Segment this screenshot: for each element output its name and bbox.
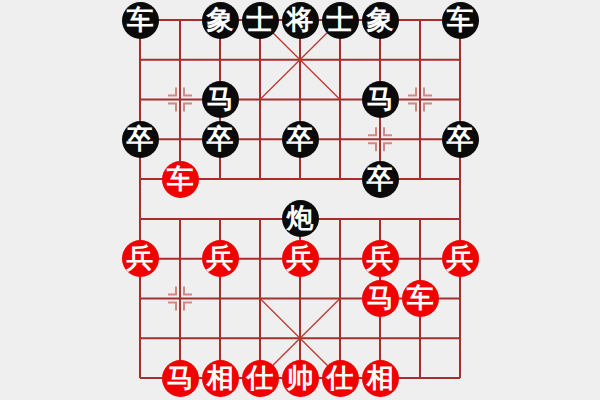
piece-black-soldier[interactable]: 卒	[202, 121, 239, 158]
piece-black-soldier[interactable]: 卒	[442, 121, 479, 158]
piece-red-elephant[interactable]: 相	[362, 360, 399, 397]
piece-black-elephant[interactable]: 象	[202, 2, 239, 39]
piece-red-soldier[interactable]: 兵	[362, 240, 399, 277]
piece-black-chariot[interactable]: 车	[122, 2, 159, 39]
piece-red-advisor[interactable]: 仕	[322, 360, 359, 397]
piece-red-advisor[interactable]: 仕	[242, 360, 279, 397]
piece-black-elephant[interactable]: 象	[362, 2, 399, 39]
piece-black-horse[interactable]: 马	[362, 81, 399, 118]
piece-black-horse[interactable]: 马	[202, 81, 239, 118]
piece-red-soldier[interactable]: 兵	[282, 240, 319, 277]
xiangqi-board: 车象士将士象车马马卒卒卒卒卒炮车兵兵兵兵兵马车马相仕帅仕相	[0, 0, 600, 400]
piece-black-soldier[interactable]: 卒	[282, 121, 319, 158]
piece-black-advisor[interactable]: 士	[322, 2, 359, 39]
piece-black-soldier[interactable]: 卒	[362, 161, 399, 198]
piece-red-soldier[interactable]: 兵	[442, 240, 479, 277]
piece-red-chariot[interactable]: 车	[402, 280, 439, 317]
piece-red-general[interactable]: 帅	[282, 360, 319, 397]
piece-red-horse[interactable]: 马	[362, 280, 399, 317]
piece-black-cannon[interactable]: 炮	[282, 200, 319, 237]
piece-red-soldier[interactable]: 兵	[122, 240, 159, 277]
piece-red-elephant[interactable]: 相	[202, 360, 239, 397]
piece-red-horse[interactable]: 马	[162, 360, 199, 397]
piece-red-soldier[interactable]: 兵	[202, 240, 239, 277]
piece-black-soldier[interactable]: 卒	[122, 121, 159, 158]
piece-black-advisor[interactable]: 士	[242, 2, 279, 39]
piece-black-general[interactable]: 将	[282, 2, 319, 39]
piece-black-chariot[interactable]: 车	[442, 2, 479, 39]
piece-red-chariot[interactable]: 车	[162, 161, 199, 198]
